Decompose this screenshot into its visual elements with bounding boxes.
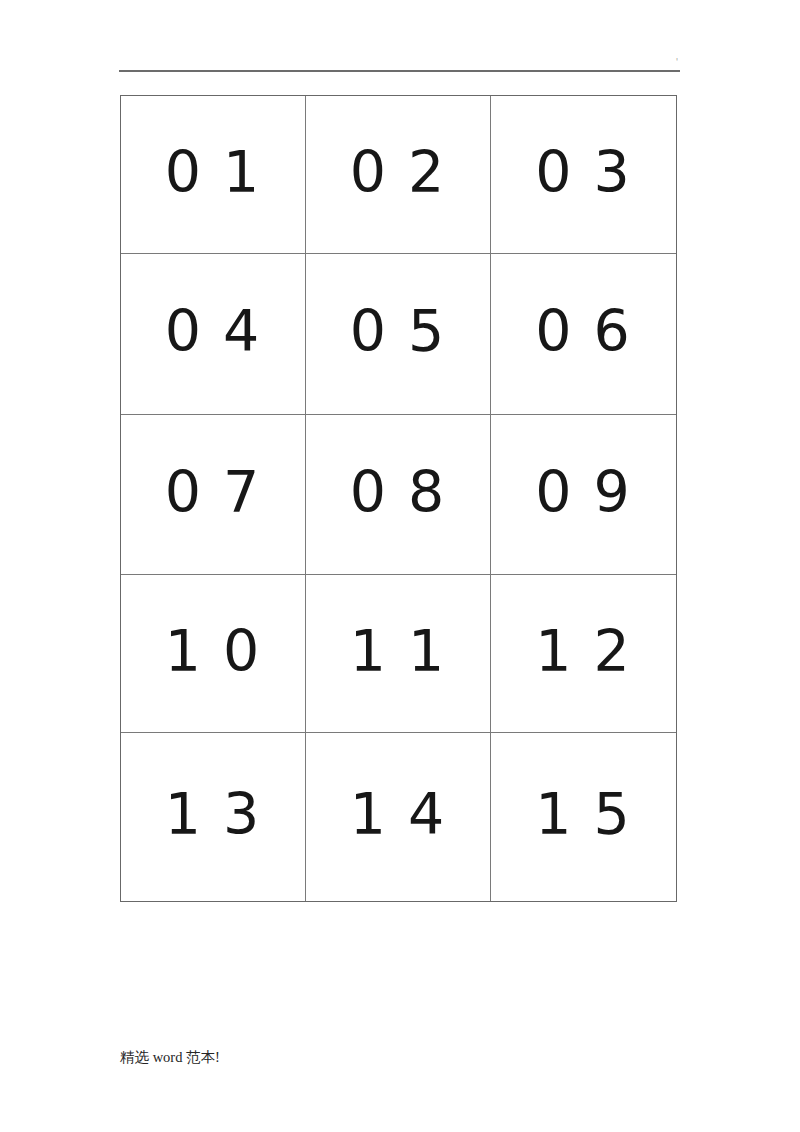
footer-note: 精选 word 范本! [120, 1048, 220, 1066]
grid-cell-11: 1 1 [306, 575, 491, 733]
grid-cell-05: 0 5 [306, 254, 491, 415]
grid-cell-06: 0 6 [491, 254, 676, 415]
grid-cell-10: 1 0 [121, 575, 306, 733]
grid-cell-12: 1 2 [491, 575, 676, 733]
grid-cell-09: 0 9 [491, 415, 676, 575]
stray-mark: ' [671, 56, 683, 68]
grid-cell-15: 1 5 [491, 733, 676, 901]
grid-cell-04: 0 4 [121, 254, 306, 415]
grid-cell-13: 1 3 [121, 733, 306, 901]
document-page: ' 0 1 0 2 0 3 0 4 0 5 0 6 0 7 0 8 0 9 1 … [0, 0, 800, 1132]
number-tile-grid: 0 1 0 2 0 3 0 4 0 5 0 6 0 7 0 8 0 9 1 0 … [120, 95, 677, 902]
header-rule [119, 70, 680, 72]
grid-cell-02: 0 2 [306, 96, 491, 254]
grid-cell-03: 0 3 [491, 96, 676, 254]
grid-cell-14: 1 4 [306, 733, 491, 901]
grid-cell-08: 0 8 [306, 415, 491, 575]
grid-cell-07: 0 7 [121, 415, 306, 575]
grid-cell-01: 0 1 [121, 96, 306, 254]
